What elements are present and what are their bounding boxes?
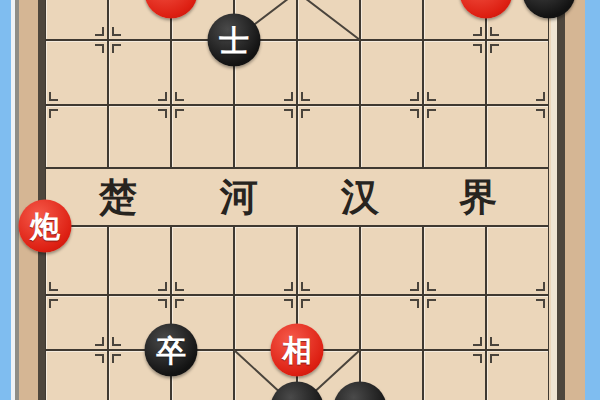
river-char-he: 河 (220, 172, 258, 223)
board-frame-right-inner (557, 0, 565, 400)
piece-black-soldier[interactable]: 卒 (145, 324, 198, 377)
river-char-chu: 楚 (99, 172, 137, 223)
piece-character: 士 (219, 25, 249, 55)
piece-black-advisor[interactable]: 士 (208, 14, 261, 67)
piece-red-cannon[interactable]: 炮 (19, 200, 72, 253)
board-frame-left (19, 0, 38, 400)
river-char-han: 汉 (341, 172, 379, 223)
piece-character: 炮 (30, 211, 60, 241)
piece-character: 相 (282, 335, 312, 365)
piece-character: 卒 (156, 335, 186, 365)
xiangqi-board-photo: { "game": "xiangqi", "board": { "files":… (0, 0, 600, 400)
river-band: 楚 河 汉 界 (45, 169, 549, 225)
board-frame-right (565, 0, 585, 400)
river-char-jie: 界 (459, 172, 497, 223)
piece-red-elephant[interactable]: 相 (271, 324, 324, 377)
